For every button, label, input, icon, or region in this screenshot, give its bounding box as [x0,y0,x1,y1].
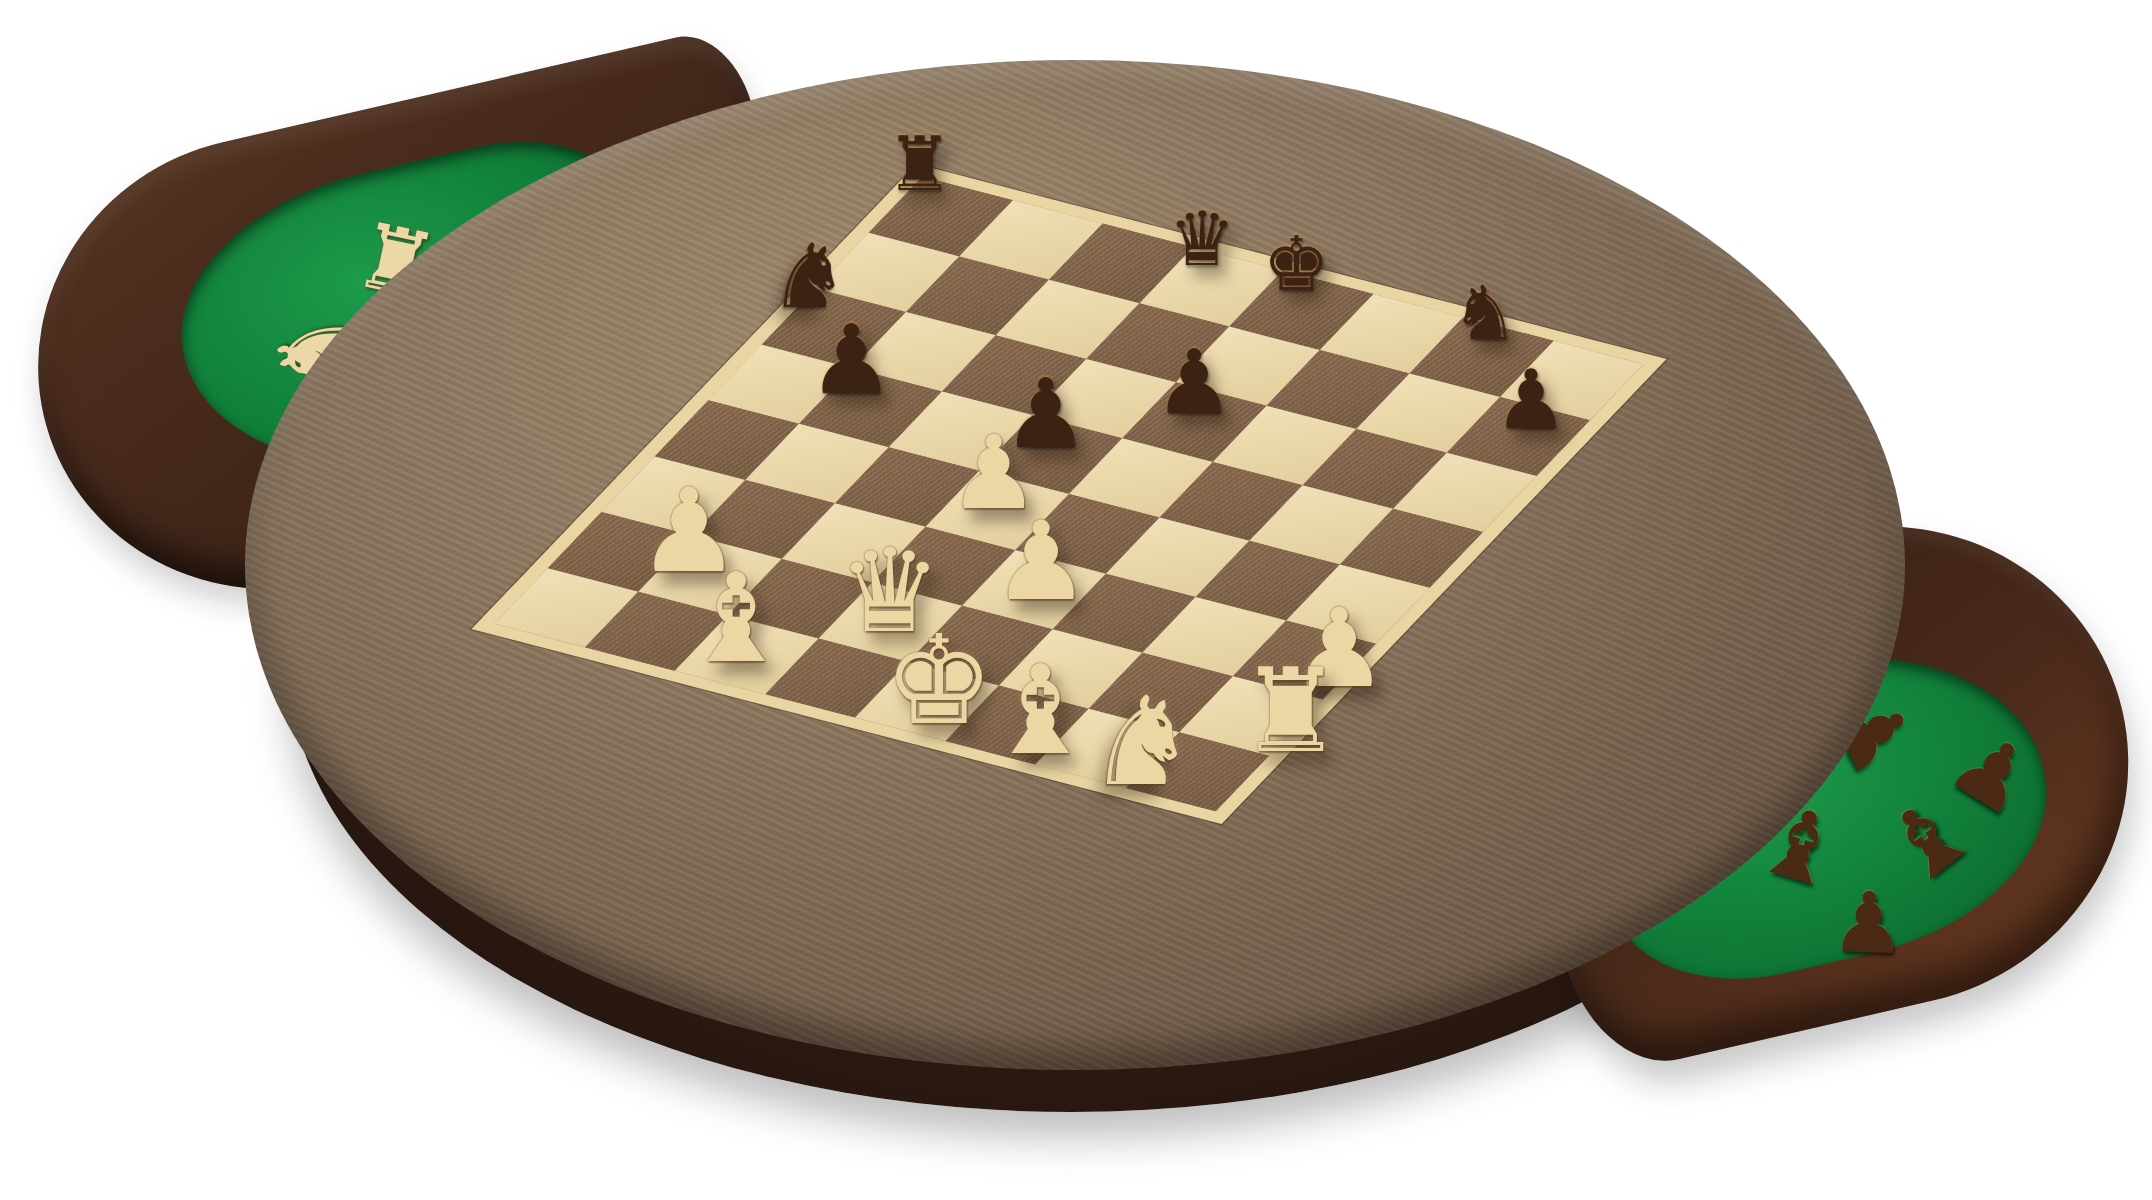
piece-black-q-d8[interactable]: ♛ [1168,201,1235,276]
piece-white-k-e1[interactable]: ♚ [884,619,994,742]
piece-black-r-a8[interactable]: ♜ [886,127,953,202]
piece-black-p-e6[interactable]: ♟ [1154,338,1234,427]
piece-black-p-b5[interactable]: ♟ [808,312,894,408]
piece-white-b-f1[interactable]: ♝ [985,650,1095,773]
product-photo-chess-set: { "game": "chess", "scene": "Round dark-… [0,0,2152,1200]
piece-white-r-h2[interactable]: ♜ [1239,653,1343,769]
piece-black-p-h7[interactable]: ♟ [1494,359,1568,441]
piece-black-n-g8[interactable]: ♞ [1451,276,1518,351]
piece-black-k-e8[interactable]: ♚ [1263,226,1330,301]
piece-white-n-g1[interactable]: ♞ [1087,680,1197,803]
piece-white-p-e3[interactable]: ♟ [992,507,1090,616]
piece-white-b-c1[interactable]: ♝ [681,557,791,680]
captured-black-p[interactable]: ♟ [1829,880,1907,967]
